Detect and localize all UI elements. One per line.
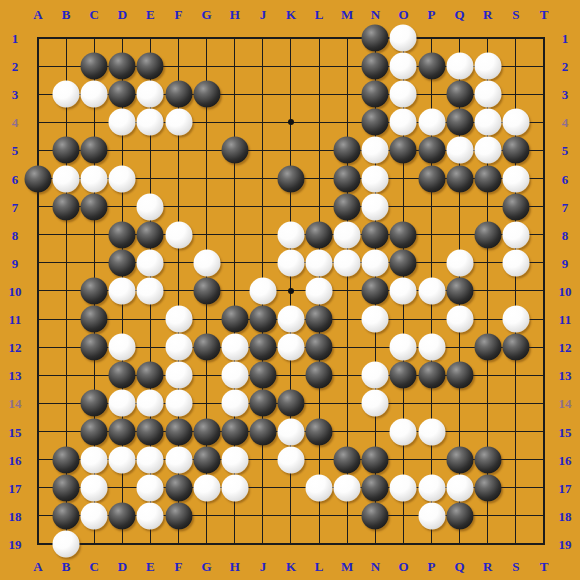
stone-black[interactable] — [362, 277, 389, 304]
stone-black[interactable] — [390, 249, 417, 276]
col-label-bottom-D: D — [118, 560, 127, 573]
col-label-bottom-G: G — [202, 560, 212, 573]
stone-white[interactable] — [474, 53, 501, 80]
col-label-bottom-L: L — [315, 560, 324, 573]
row-label-left-7: 7 — [12, 200, 19, 213]
stone-white[interactable] — [221, 446, 248, 473]
stone-black[interactable] — [306, 418, 333, 445]
col-label-top-B: B — [62, 8, 71, 21]
stone-white[interactable] — [137, 390, 164, 417]
stone-black[interactable] — [53, 193, 80, 220]
stone-black[interactable] — [53, 502, 80, 529]
stone-white[interactable] — [390, 474, 417, 501]
col-label-top-E: E — [146, 8, 155, 21]
col-label-top-F: F — [175, 8, 183, 21]
row-label-right-4: 4 — [562, 116, 569, 129]
stone-black[interactable] — [446, 277, 473, 304]
stone-white[interactable] — [390, 109, 417, 136]
stone-black[interactable] — [193, 277, 220, 304]
row-label-left-12: 12 — [9, 341, 22, 354]
row-label-right-17: 17 — [559, 481, 572, 494]
stone-white[interactable] — [165, 221, 192, 248]
stone-black[interactable] — [446, 446, 473, 473]
stone-white[interactable] — [81, 502, 108, 529]
stone-black[interactable] — [474, 165, 501, 192]
stone-black[interactable] — [502, 334, 529, 361]
stone-white[interactable] — [277, 221, 304, 248]
row-label-left-17: 17 — [9, 481, 22, 494]
stone-white[interactable] — [446, 249, 473, 276]
col-label-top-C: C — [90, 8, 99, 21]
stone-white[interactable] — [362, 362, 389, 389]
stone-black[interactable] — [446, 165, 473, 192]
stone-white[interactable] — [446, 474, 473, 501]
stone-black[interactable] — [81, 418, 108, 445]
stone-black[interactable] — [362, 474, 389, 501]
row-label-left-19: 19 — [9, 537, 22, 550]
row-label-left-16: 16 — [9, 453, 22, 466]
row-label-right-18: 18 — [559, 509, 572, 522]
col-label-top-D: D — [118, 8, 127, 21]
stone-black[interactable] — [25, 165, 52, 192]
stone-white[interactable] — [165, 446, 192, 473]
stone-white[interactable] — [418, 109, 445, 136]
stone-black[interactable] — [418, 53, 445, 80]
stone-black[interactable] — [277, 390, 304, 417]
stone-white[interactable] — [81, 474, 108, 501]
row-label-right-1: 1 — [562, 32, 569, 45]
stone-black[interactable] — [306, 334, 333, 361]
row-label-left-2: 2 — [12, 60, 19, 73]
stone-black[interactable] — [137, 418, 164, 445]
stone-white[interactable] — [109, 446, 136, 473]
stone-white[interactable] — [109, 277, 136, 304]
stone-white[interactable] — [362, 306, 389, 333]
stone-black[interactable] — [165, 502, 192, 529]
stone-white[interactable] — [418, 277, 445, 304]
stone-white[interactable] — [334, 221, 361, 248]
stone-white[interactable] — [137, 446, 164, 473]
stone-white[interactable] — [334, 249, 361, 276]
row-label-right-5: 5 — [562, 144, 569, 157]
row-label-left-4: 4 — [12, 116, 19, 129]
stone-white[interactable] — [137, 249, 164, 276]
stone-black[interactable] — [277, 165, 304, 192]
row-label-right-2: 2 — [562, 60, 569, 73]
col-label-bottom-P: P — [428, 560, 436, 573]
row-label-right-3: 3 — [562, 88, 569, 101]
stone-black[interactable] — [362, 25, 389, 52]
row-label-right-16: 16 — [559, 453, 572, 466]
col-label-bottom-J: J — [260, 560, 267, 573]
stone-black[interactable] — [81, 137, 108, 164]
stone-white[interactable] — [165, 334, 192, 361]
stone-white[interactable] — [109, 334, 136, 361]
stone-white[interactable] — [193, 474, 220, 501]
stone-white[interactable] — [306, 249, 333, 276]
stone-black[interactable] — [474, 221, 501, 248]
stone-black[interactable] — [249, 362, 276, 389]
stone-black[interactable] — [474, 474, 501, 501]
stone-white[interactable] — [165, 390, 192, 417]
stone-black[interactable] — [418, 137, 445, 164]
row-label-left-18: 18 — [9, 509, 22, 522]
stone-white[interactable] — [418, 334, 445, 361]
stone-black[interactable] — [221, 306, 248, 333]
stone-white[interactable] — [53, 530, 80, 557]
stone-black[interactable] — [362, 221, 389, 248]
col-label-top-G: G — [202, 8, 212, 21]
stone-black[interactable] — [474, 334, 501, 361]
stone-black[interactable] — [362, 502, 389, 529]
stone-white[interactable] — [502, 221, 529, 248]
stone-black[interactable] — [306, 221, 333, 248]
stone-white[interactable] — [137, 502, 164, 529]
col-label-top-T: T — [540, 8, 549, 21]
stone-black[interactable] — [334, 137, 361, 164]
row-label-right-7: 7 — [562, 200, 569, 213]
stone-white[interactable] — [81, 81, 108, 108]
stone-black[interactable] — [165, 474, 192, 501]
col-label-bottom-F: F — [175, 560, 183, 573]
stone-white[interactable] — [221, 334, 248, 361]
row-label-left-8: 8 — [12, 228, 19, 241]
stone-white[interactable] — [277, 334, 304, 361]
stone-white[interactable] — [53, 165, 80, 192]
stone-white[interactable] — [137, 193, 164, 220]
stone-black[interactable] — [249, 390, 276, 417]
stone-black[interactable] — [81, 306, 108, 333]
stone-black[interactable] — [334, 193, 361, 220]
stone-black[interactable] — [474, 446, 501, 473]
stone-black[interactable] — [334, 446, 361, 473]
col-label-bottom-B: B — [62, 560, 71, 573]
stone-black[interactable] — [193, 334, 220, 361]
stone-white[interactable] — [137, 109, 164, 136]
stone-white[interactable] — [249, 277, 276, 304]
stone-white[interactable] — [390, 418, 417, 445]
row-label-right-6: 6 — [562, 172, 569, 185]
row-label-right-8: 8 — [562, 228, 569, 241]
col-label-bottom-R: R — [483, 560, 492, 573]
row-label-left-14: 14 — [9, 397, 22, 410]
stone-white[interactable] — [137, 81, 164, 108]
stone-white[interactable] — [221, 362, 248, 389]
col-label-bottom-H: H — [230, 560, 240, 573]
row-label-right-10: 10 — [559, 284, 572, 297]
stone-white[interactable] — [165, 362, 192, 389]
stone-white[interactable] — [474, 81, 501, 108]
stone-black[interactable] — [137, 362, 164, 389]
row-label-left-11: 11 — [9, 313, 21, 326]
col-label-top-P: P — [428, 8, 436, 21]
stone-white[interactable] — [277, 249, 304, 276]
stone-black[interactable] — [362, 53, 389, 80]
stone-white[interactable] — [502, 249, 529, 276]
stone-black[interactable] — [334, 165, 361, 192]
stone-black[interactable] — [446, 502, 473, 529]
stone-black[interactable] — [446, 81, 473, 108]
col-label-bottom-A: A — [33, 560, 42, 573]
col-label-bottom-C: C — [90, 560, 99, 573]
stone-black[interactable] — [306, 306, 333, 333]
stone-black[interactable] — [53, 446, 80, 473]
col-label-bottom-O: O — [398, 560, 408, 573]
stone-white[interactable] — [277, 306, 304, 333]
stone-black[interactable] — [193, 81, 220, 108]
stone-black[interactable] — [249, 334, 276, 361]
stone-black[interactable] — [109, 249, 136, 276]
row-label-right-13: 13 — [559, 369, 572, 382]
stone-white[interactable] — [446, 137, 473, 164]
stone-black[interactable] — [390, 221, 417, 248]
col-label-top-H: H — [230, 8, 240, 21]
stone-white[interactable] — [362, 137, 389, 164]
stone-white[interactable] — [165, 306, 192, 333]
stone-white[interactable] — [193, 249, 220, 276]
row-label-right-19: 19 — [559, 537, 572, 550]
stone-black[interactable] — [306, 362, 333, 389]
stone-white[interactable] — [81, 165, 108, 192]
stone-black[interactable] — [362, 446, 389, 473]
col-label-top-R: R — [483, 8, 492, 21]
row-label-left-10: 10 — [9, 284, 22, 297]
stone-black[interactable] — [390, 137, 417, 164]
stone-white[interactable] — [362, 390, 389, 417]
row-label-left-13: 13 — [9, 369, 22, 382]
col-label-top-A: A — [33, 8, 42, 21]
col-label-top-K: K — [286, 8, 296, 21]
stone-black[interactable] — [81, 334, 108, 361]
row-label-right-11: 11 — [559, 313, 571, 326]
col-label-bottom-E: E — [146, 560, 155, 573]
stone-white[interactable] — [362, 249, 389, 276]
col-label-bottom-N: N — [371, 560, 380, 573]
stone-white[interactable] — [418, 474, 445, 501]
stone-black[interactable] — [81, 193, 108, 220]
row-label-left-9: 9 — [12, 256, 19, 269]
stone-white[interactable] — [137, 277, 164, 304]
stone-white[interactable] — [474, 109, 501, 136]
stone-white[interactable] — [109, 165, 136, 192]
stone-black[interactable] — [165, 418, 192, 445]
stone-white[interactable] — [362, 193, 389, 220]
row-label-left-15: 15 — [9, 425, 22, 438]
stone-black[interactable] — [502, 193, 529, 220]
stone-black[interactable] — [390, 362, 417, 389]
row-label-right-14: 14 — [559, 397, 572, 410]
col-label-top-M: M — [341, 8, 353, 21]
stone-white[interactable] — [390, 277, 417, 304]
stone-white[interactable] — [502, 165, 529, 192]
stone-white[interactable] — [277, 446, 304, 473]
stone-black[interactable] — [362, 109, 389, 136]
stone-white[interactable] — [390, 81, 417, 108]
col-label-bottom-T: T — [540, 560, 549, 573]
stone-white[interactable] — [418, 418, 445, 445]
stone-white[interactable] — [390, 25, 417, 52]
stone-black[interactable] — [53, 474, 80, 501]
stone-black[interactable] — [137, 221, 164, 248]
stone-black[interactable] — [137, 53, 164, 80]
stone-white[interactable] — [446, 53, 473, 80]
stone-black[interactable] — [165, 81, 192, 108]
row-label-left-6: 6 — [12, 172, 19, 185]
stone-white[interactable] — [446, 306, 473, 333]
stone-black[interactable] — [446, 362, 473, 389]
stone-white[interactable] — [390, 334, 417, 361]
stone-white[interactable] — [390, 53, 417, 80]
stone-black[interactable] — [53, 137, 80, 164]
col-label-bottom-Q: Q — [455, 560, 465, 573]
stone-white[interactable] — [306, 474, 333, 501]
star-point — [288, 119, 294, 125]
row-label-left-1: 1 — [12, 32, 19, 45]
stone-black[interactable] — [249, 306, 276, 333]
stone-white[interactable] — [221, 390, 248, 417]
col-label-bottom-S: S — [512, 560, 519, 573]
stone-black[interactable] — [418, 165, 445, 192]
stone-white[interactable] — [474, 137, 501, 164]
stone-white[interactable] — [221, 474, 248, 501]
stone-white[interactable] — [277, 418, 304, 445]
row-label-right-15: 15 — [559, 425, 572, 438]
stone-black[interactable] — [249, 418, 276, 445]
stone-black[interactable] — [221, 137, 248, 164]
row-label-left-3: 3 — [12, 88, 19, 101]
stone-black[interactable] — [193, 418, 220, 445]
stone-white[interactable] — [81, 446, 108, 473]
stone-white[interactable] — [306, 277, 333, 304]
stone-black[interactable] — [109, 418, 136, 445]
stone-white[interactable] — [362, 165, 389, 192]
col-label-bottom-K: K — [286, 560, 296, 573]
col-label-top-N: N — [371, 8, 380, 21]
col-label-top-J: J — [260, 8, 267, 21]
stone-white[interactable] — [109, 390, 136, 417]
stone-black[interactable] — [502, 137, 529, 164]
stone-black[interactable] — [109, 81, 136, 108]
stone-black[interactable] — [81, 390, 108, 417]
stone-black[interactable] — [221, 418, 248, 445]
stone-black[interactable] — [81, 277, 108, 304]
stone-black[interactable] — [109, 221, 136, 248]
stone-white[interactable] — [53, 81, 80, 108]
col-label-top-S: S — [512, 8, 519, 21]
stone-white[interactable] — [137, 474, 164, 501]
row-label-right-12: 12 — [559, 341, 572, 354]
col-label-top-O: O — [398, 8, 408, 21]
row-label-right-9: 9 — [562, 256, 569, 269]
stone-white[interactable] — [502, 306, 529, 333]
stone-black[interactable] — [362, 81, 389, 108]
go-board-frame: AABBCCDDEEFFGGHHJJKKLLMMNNOOPPQQRRSSTT11… — [0, 0, 580, 580]
col-label-top-Q: Q — [455, 8, 465, 21]
row-label-left-5: 5 — [12, 144, 19, 157]
col-label-top-L: L — [315, 8, 324, 21]
stone-black[interactable] — [193, 446, 220, 473]
stone-white[interactable] — [109, 109, 136, 136]
col-label-bottom-M: M — [341, 560, 353, 573]
stone-black[interactable] — [446, 109, 473, 136]
stone-white[interactable] — [418, 502, 445, 529]
stone-black[interactable] — [418, 362, 445, 389]
stone-black[interactable] — [81, 53, 108, 80]
stone-black[interactable] — [109, 362, 136, 389]
star-point — [288, 288, 294, 294]
stone-white[interactable] — [165, 109, 192, 136]
stone-black[interactable] — [109, 53, 136, 80]
stone-black[interactable] — [109, 502, 136, 529]
stone-white[interactable] — [502, 109, 529, 136]
stone-white[interactable] — [334, 474, 361, 501]
